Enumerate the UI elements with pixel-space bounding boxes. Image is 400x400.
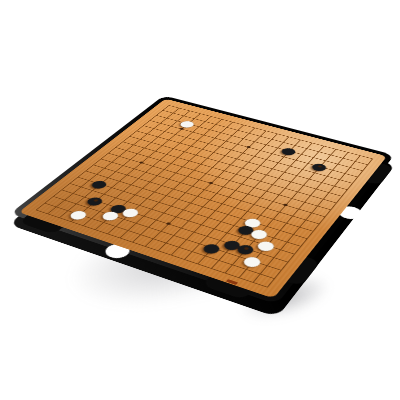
intersection[interactable] [307, 184, 325, 194]
intersection[interactable] [195, 249, 216, 261]
intersection[interactable] [26, 204, 46, 215]
intersection[interactable] [61, 216, 81, 227]
intersection[interactable]: ● [257, 239, 277, 251]
intersection[interactable] [302, 207, 321, 218]
intersection[interactable] [186, 208, 206, 219]
intersection[interactable] [208, 254, 229, 266]
intersection[interactable] [75, 192, 95, 202]
intersection[interactable] [52, 184, 72, 194]
intersection[interactable] [276, 217, 295, 228]
intersection[interactable] [114, 213, 134, 224]
intersection[interactable] [181, 197, 200, 208]
intersection[interactable] [97, 228, 118, 240]
intersection[interactable] [250, 209, 269, 220]
black-stone: ● [218, 236, 247, 253]
intersection[interactable] [193, 201, 212, 212]
intersection[interactable] [270, 206, 289, 217]
white-stone: ● [246, 225, 274, 241]
intersection[interactable] [257, 259, 278, 272]
intersection[interactable] [217, 227, 237, 239]
intersection[interactable] [263, 196, 282, 206]
intersection[interactable] [207, 188, 226, 198]
intersection[interactable] [238, 206, 257, 217]
intersection[interactable] [109, 232, 130, 244]
intersection[interactable] [94, 189, 113, 199]
intersection[interactable] [315, 211, 334, 222]
star-point [283, 203, 288, 206]
intersection[interactable] [191, 219, 211, 230]
intersection[interactable] [308, 200, 327, 211]
intersection[interactable] [157, 190, 176, 200]
product-photo-scene: ●●●●●●●●●●●●●●●●● [0, 0, 400, 400]
intersection[interactable]: ● [237, 224, 257, 235]
intersection[interactable] [163, 229, 183, 241]
intersection[interactable] [270, 189, 289, 199]
intersection[interactable] [147, 244, 168, 256]
intersection[interactable] [218, 209, 238, 220]
intersection[interactable] [291, 240, 311, 252]
intersection[interactable] [243, 235, 263, 247]
star-point [166, 222, 172, 225]
intersection[interactable] [118, 196, 138, 206]
intersection[interactable] [245, 182, 264, 192]
intersection[interactable] [133, 183, 152, 193]
intersection[interactable] [211, 216, 231, 227]
intersection[interactable] [309, 218, 328, 229]
intersection[interactable] [264, 272, 285, 285]
intersection[interactable] [263, 251, 284, 263]
white-stone: ● [65, 207, 94, 223]
star-point [93, 199, 99, 202]
intersection[interactable] [184, 226, 204, 237]
intersection[interactable] [204, 223, 224, 234]
intersection[interactable] [46, 201, 66, 212]
intersection[interactable]: ● [243, 255, 264, 267]
intersection[interactable] [290, 221, 310, 232]
intersection[interactable] [277, 255, 298, 268]
intersection[interactable] [319, 187, 337, 197]
intersection[interactable] [168, 241, 189, 253]
intersection[interactable] [270, 224, 290, 235]
intersection[interactable]: ● [110, 203, 130, 214]
intersection[interactable] [166, 211, 186, 222]
intersection[interactable] [146, 214, 166, 225]
intersection[interactable] [187, 257, 208, 270]
black-stone: ● [232, 240, 261, 257]
intersection[interactable] [263, 213, 282, 224]
intersection[interactable] [295, 197, 314, 207]
white-stone: ● [97, 207, 126, 223]
intersection[interactable] [231, 213, 251, 224]
intersection[interactable] [55, 195, 75, 205]
intersection[interactable] [225, 202, 244, 213]
intersection[interactable]: ● [244, 216, 264, 227]
intersection[interactable] [43, 191, 63, 201]
intersection[interactable] [232, 195, 251, 205]
intersection[interactable] [126, 217, 146, 228]
intersection[interactable] [198, 212, 218, 223]
intersection[interactable]: ● [250, 228, 270, 240]
intersection[interactable] [93, 217, 113, 228]
intersection[interactable] [219, 192, 238, 202]
intersection[interactable] [216, 246, 237, 258]
black-stone: ● [233, 221, 261, 237]
intersection[interactable]: ● [69, 209, 89, 220]
intersection[interactable] [173, 204, 193, 215]
intersection[interactable] [161, 200, 181, 211]
intersection[interactable] [164, 184, 183, 194]
intersection[interactable] [332, 191, 350, 201]
intersection[interactable] [250, 247, 270, 259]
intersection[interactable] [338, 184, 356, 194]
intersection[interactable] [158, 218, 178, 229]
intersection[interactable] [154, 207, 174, 218]
intersection[interactable] [321, 204, 340, 215]
intersection[interactable] [257, 186, 276, 196]
intersection[interactable] [201, 262, 222, 275]
intersection[interactable]: ● [236, 243, 256, 255]
intersection[interactable] [71, 182, 90, 192]
black-stone: ● [198, 239, 227, 256]
intersection[interactable] [63, 188, 83, 198]
intersection[interactable] [200, 195, 219, 205]
intersection[interactable] [49, 212, 69, 223]
intersection[interactable] [149, 197, 168, 207]
intersection[interactable] [277, 236, 297, 248]
intersection[interactable] [179, 215, 199, 226]
intersection[interactable] [137, 193, 156, 203]
intersection[interactable] [134, 210, 154, 221]
intersection[interactable] [130, 228, 151, 240]
intersection[interactable] [114, 186, 133, 196]
intersection[interactable] [270, 243, 290, 255]
intersection[interactable]: ● [102, 210, 122, 221]
intersection[interactable]: ● [202, 242, 223, 254]
intersection[interactable] [181, 245, 202, 257]
intersection[interactable] [238, 189, 257, 199]
intersection[interactable] [81, 213, 101, 224]
intersection[interactable] [135, 240, 156, 252]
intersection[interactable] [327, 197, 346, 208]
intersection[interactable] [90, 206, 110, 217]
intersection[interactable] [289, 203, 308, 214]
intersection[interactable] [314, 194, 333, 204]
intersection[interactable] [105, 220, 125, 231]
intersection[interactable] [197, 230, 217, 242]
intersection[interactable] [212, 198, 231, 209]
white-stone: ● [117, 204, 145, 219]
intersection[interactable] [276, 200, 295, 211]
white-stone: ● [238, 252, 268, 270]
intersection[interactable] [303, 225, 323, 236]
intersection[interactable] [171, 222, 191, 233]
intersection[interactable] [214, 182, 233, 192]
intersection[interactable] [235, 263, 256, 276]
intersection[interactable] [296, 214, 315, 225]
brand-logo-mark [226, 279, 238, 285]
intersection[interactable] [78, 202, 98, 213]
white-stone: ● [239, 214, 267, 230]
intersection[interactable] [176, 187, 195, 197]
intersection[interactable] [249, 267, 270, 280]
intersection[interactable] [244, 199, 263, 210]
intersection[interactable] [169, 194, 188, 204]
intersection[interactable] [102, 182, 121, 192]
intersection[interactable] [283, 228, 303, 240]
intersection[interactable] [229, 250, 250, 262]
intersection[interactable] [257, 203, 276, 214]
intersection[interactable] [125, 189, 144, 199]
intersection[interactable]: ● [122, 206, 142, 217]
intersection[interactable] [156, 237, 177, 249]
intersection[interactable] [263, 232, 283, 244]
intersection[interactable] [224, 220, 244, 231]
intersection[interactable] [256, 280, 277, 293]
intersection[interactable] [129, 200, 149, 211]
intersection[interactable] [188, 191, 207, 201]
intersection[interactable] [118, 224, 138, 235]
black-stone: ● [82, 193, 110, 208]
intersection[interactable] [222, 258, 243, 271]
intersection[interactable] [122, 236, 143, 248]
intersection[interactable] [161, 249, 182, 261]
intersection[interactable] [271, 263, 292, 276]
intersection[interactable] [138, 221, 158, 232]
intersection[interactable] [230, 231, 250, 243]
intersection[interactable] [283, 210, 302, 221]
intersection[interactable] [257, 220, 277, 231]
intersection[interactable] [151, 225, 171, 236]
intersection[interactable] [276, 183, 294, 193]
intersection[interactable] [242, 275, 263, 288]
intersection[interactable] [288, 187, 307, 197]
intersection[interactable] [226, 185, 245, 195]
intersection[interactable] [85, 224, 106, 235]
intersection[interactable] [297, 232, 317, 244]
intersection[interactable] [284, 248, 304, 260]
intersection[interactable] [251, 192, 270, 202]
intersection[interactable]: ● [86, 195, 106, 205]
intersection[interactable] [73, 220, 94, 231]
intersection[interactable] [189, 238, 210, 250]
intersection[interactable] [228, 271, 249, 284]
intersection[interactable] [195, 184, 214, 194]
star-point [244, 247, 250, 250]
intersection[interactable] [66, 198, 86, 209]
intersection[interactable] [37, 208, 57, 219]
intersection[interactable] [142, 203, 162, 214]
intersection[interactable] [143, 233, 164, 245]
intersection[interactable] [174, 253, 195, 265]
intersection[interactable] [176, 233, 196, 245]
intersection[interactable] [145, 187, 164, 197]
black-stone: ● [105, 200, 133, 215]
intersection[interactable] [214, 266, 235, 279]
intersection[interactable] [35, 198, 55, 209]
intersection[interactable] [301, 190, 320, 200]
intersection[interactable] [83, 185, 102, 195]
intersection[interactable] [98, 199, 118, 210]
star-point [208, 182, 213, 185]
intersection[interactable] [282, 193, 301, 203]
intersection[interactable]: ● [223, 238, 243, 250]
intersection[interactable] [205, 205, 224, 216]
white-stone: ● [252, 237, 281, 254]
intersection[interactable] [210, 234, 230, 246]
intersection[interactable] [58, 205, 78, 216]
intersection[interactable] [106, 192, 126, 202]
